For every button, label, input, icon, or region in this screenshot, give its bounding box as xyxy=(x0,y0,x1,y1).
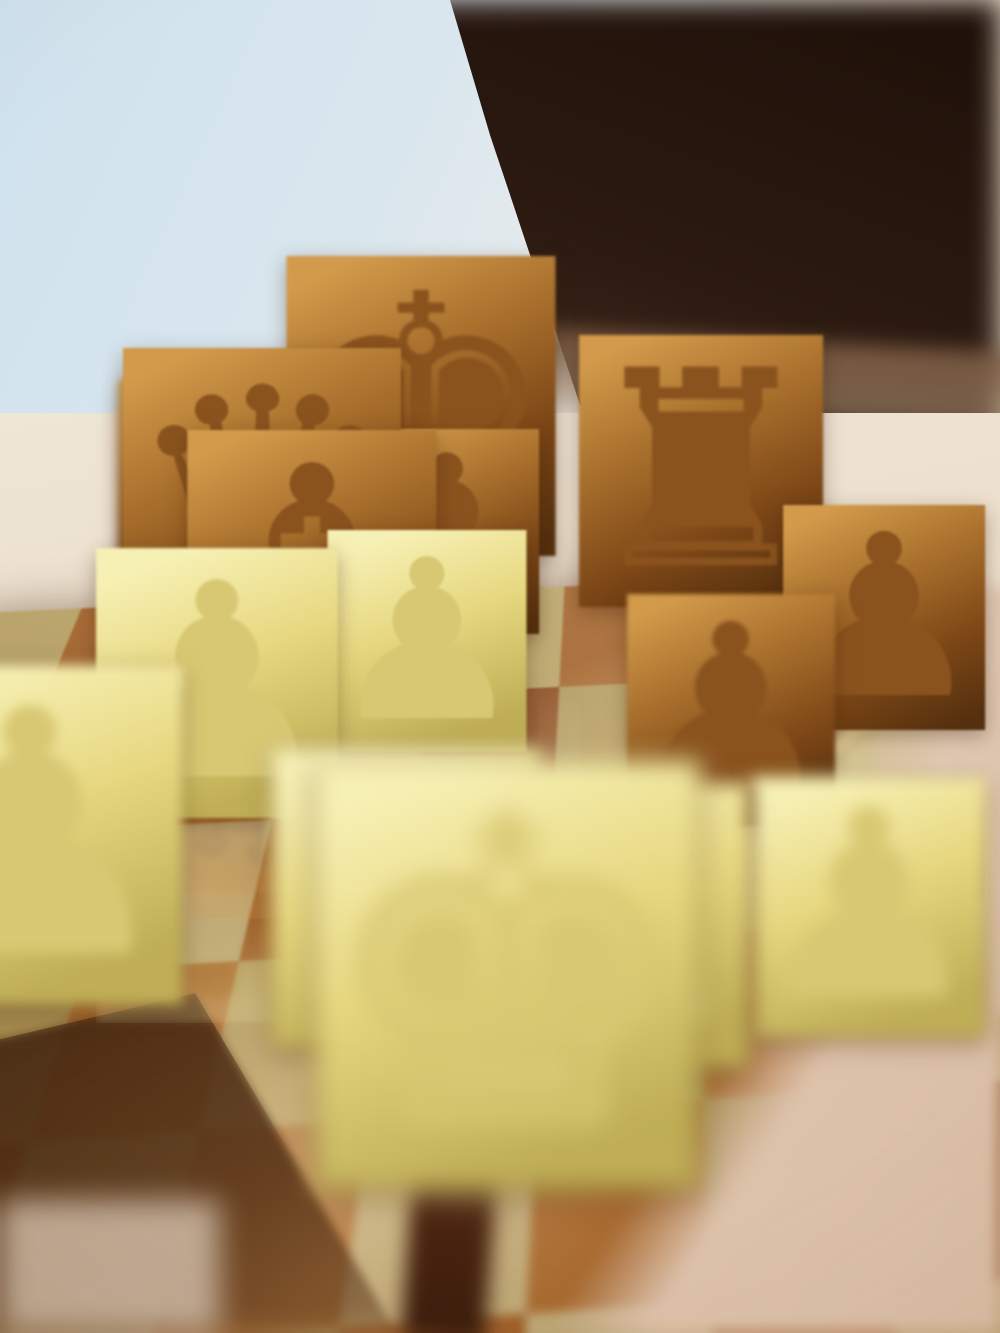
piece-light-pawn-d5[interactable]: ♟ xyxy=(327,530,526,752)
photo-scene: ♟♚♛♛♝♝♟♟♜♜♟♟♟♟♟♟♟♟♟♟♚♟♟ xyxy=(0,0,1000,1333)
piece-light-pawn-g3[interactable]: ♟ xyxy=(752,776,987,1038)
piece-light-pawn-a3[interactable]: ♟ xyxy=(0,665,182,1005)
piece-light-king-e2[interactable]: ♚ xyxy=(314,760,700,1190)
